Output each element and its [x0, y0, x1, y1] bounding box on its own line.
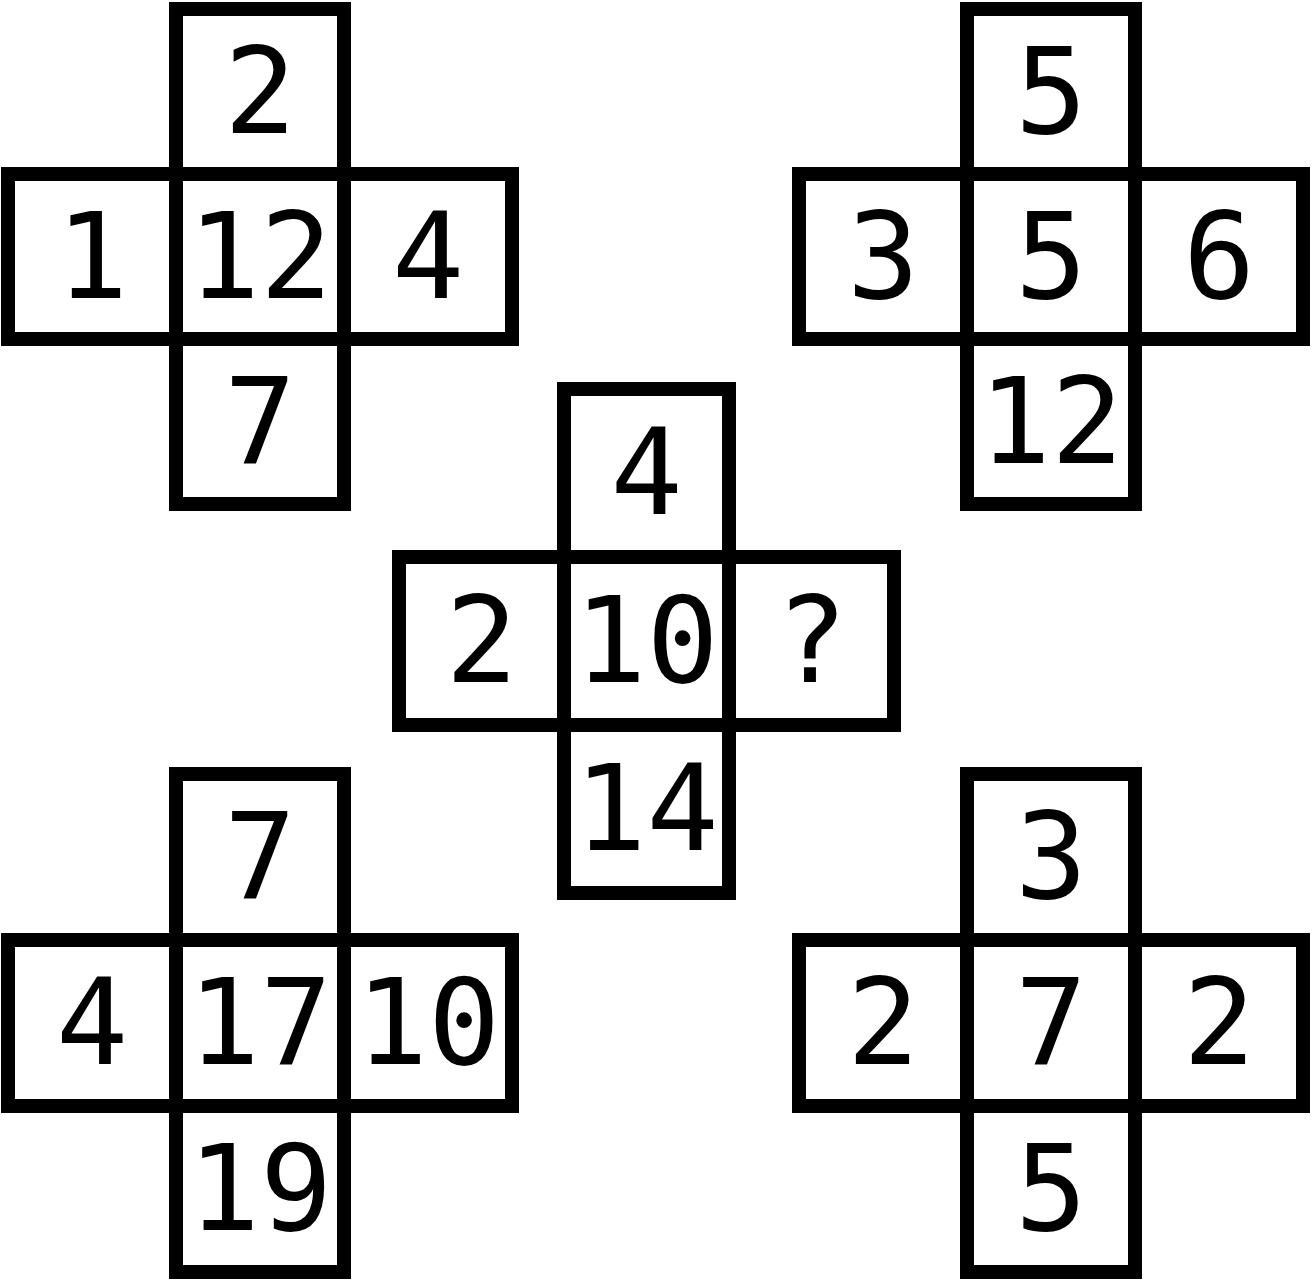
cell-center-cross-right-unknown: ?	[722, 550, 901, 732]
cell-top-left-cross-top: 2	[169, 2, 351, 181]
value-top-right-cross-top: 5	[1015, 32, 1087, 152]
cell-center-cross-center: 10	[557, 550, 736, 732]
cell-center-cross-left: 2	[392, 550, 571, 732]
value-top-right-cross-left: 3	[847, 197, 919, 317]
value-center-cross-right-unknown: ?	[775, 581, 847, 701]
value-center-cross-bottom: 14	[574, 749, 719, 869]
value-center-cross-center: 10	[574, 581, 719, 701]
value-top-right-cross-center: 5	[1015, 197, 1087, 317]
value-top-right-cross-right: 6	[1183, 197, 1255, 317]
value-top-left-cross-top: 2	[224, 32, 296, 152]
cell-bottom-left-cross-bottom: 19	[169, 1099, 351, 1279]
cell-bottom-left-cross-right: 10	[337, 933, 519, 1113]
cell-bottom-right-cross-left: 2	[792, 933, 974, 1113]
cell-top-left-cross-center: 12	[169, 167, 351, 346]
cell-center-cross-top: 4	[557, 382, 736, 564]
value-bottom-right-cross-left: 2	[847, 963, 919, 1083]
value-top-left-cross-left: 1	[56, 197, 128, 317]
value-bottom-left-cross-top: 7	[224, 797, 296, 917]
puzzle-canvas: 2 1 12 4 7 5 3 5 6 12	[0, 0, 1312, 1285]
value-top-right-cross-bottom: 12	[979, 362, 1124, 482]
cell-bottom-left-cross-center: 17	[169, 933, 351, 1113]
cell-bottom-right-cross-top: 3	[960, 767, 1142, 947]
cell-bottom-right-cross-right: 2	[1128, 933, 1310, 1113]
cell-bottom-left-cross-top: 7	[169, 767, 351, 947]
cell-center-cross-bottom: 14	[557, 718, 736, 900]
cell-top-right-cross-top: 5	[960, 2, 1142, 181]
cell-top-right-cross-left: 3	[792, 167, 974, 346]
value-center-cross-top: 4	[610, 413, 682, 533]
cell-bottom-right-cross-center: 7	[960, 933, 1142, 1113]
cell-top-left-cross-right: 4	[337, 167, 519, 346]
cell-bottom-left-cross-left: 4	[1, 933, 183, 1113]
cell-top-right-cross-bottom: 12	[960, 332, 1142, 511]
value-bottom-left-cross-left: 4	[56, 963, 128, 1083]
cell-top-left-cross-bottom: 7	[169, 332, 351, 511]
cell-top-right-cross-right: 6	[1128, 167, 1310, 346]
cell-top-left-cross-left: 1	[1, 167, 183, 346]
value-top-left-cross-center: 12	[188, 197, 333, 317]
value-bottom-left-cross-right: 10	[356, 963, 501, 1083]
value-top-left-cross-bottom: 7	[224, 362, 296, 482]
value-bottom-right-cross-center: 7	[1015, 963, 1087, 1083]
value-bottom-left-cross-center: 17	[188, 963, 333, 1083]
value-center-cross-left: 2	[445, 581, 517, 701]
cell-bottom-right-cross-bottom: 5	[960, 1099, 1142, 1279]
value-bottom-right-cross-bottom: 5	[1015, 1129, 1087, 1249]
value-bottom-right-cross-top: 3	[1015, 797, 1087, 917]
value-bottom-right-cross-right: 2	[1183, 963, 1255, 1083]
cell-top-right-cross-center: 5	[960, 167, 1142, 346]
value-bottom-left-cross-bottom: 19	[188, 1129, 333, 1249]
value-top-left-cross-right: 4	[392, 197, 464, 317]
